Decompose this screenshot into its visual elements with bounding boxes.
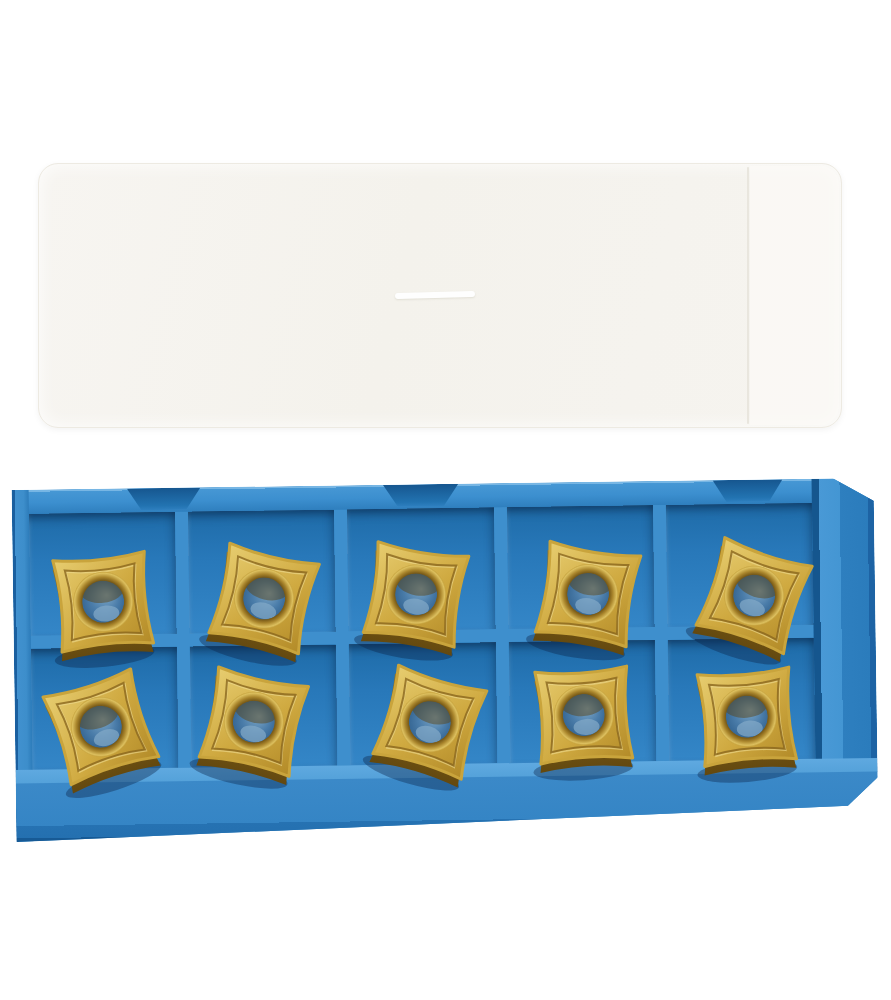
product-photo (0, 0, 891, 1000)
carbide-insert-r2c4 (520, 653, 648, 789)
carbide-insert-r1c3 (346, 528, 485, 674)
case-lid (38, 163, 842, 428)
carbide-insert-r1c1 (38, 538, 170, 677)
lid-fold-line (747, 167, 749, 424)
carbide-insert-r1c4 (518, 527, 657, 673)
carbide-insert-r2c5 (682, 654, 812, 792)
insert-tray (12, 478, 879, 842)
lid-fold-panel (750, 166, 839, 425)
tray-right-wall (812, 478, 878, 773)
lid-mold-mark (395, 291, 475, 299)
